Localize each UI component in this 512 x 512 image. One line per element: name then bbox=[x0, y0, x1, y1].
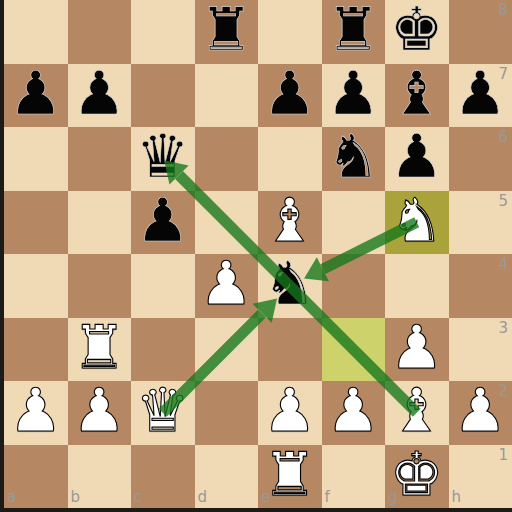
square-d3[interactable] bbox=[195, 318, 259, 382]
square-d4[interactable]: ♟ bbox=[195, 254, 259, 318]
square-a7[interactable]: ♟ bbox=[4, 64, 68, 128]
piece-white-king-g1[interactable]: ♚ bbox=[390, 443, 444, 507]
piece-black-bishop-g7[interactable]: ♝ bbox=[390, 62, 444, 126]
square-d6[interactable] bbox=[195, 127, 259, 191]
piece-black-knight-e4[interactable]: ♞ bbox=[263, 252, 317, 316]
file-label-e: e bbox=[261, 490, 270, 505]
piece-white-pawn-f2[interactable]: ♟ bbox=[326, 379, 380, 443]
square-c6[interactable]: ♛ bbox=[131, 127, 195, 191]
square-b5[interactable] bbox=[68, 191, 132, 255]
piece-white-pawn-d4[interactable]: ♟ bbox=[199, 252, 253, 316]
square-d7[interactable] bbox=[195, 64, 259, 128]
square-a2[interactable]: ♟ bbox=[4, 381, 68, 445]
rank-label-2: 2 bbox=[498, 384, 508, 399]
square-e5[interactable]: ♝ bbox=[258, 191, 322, 255]
rank-label-3: 3 bbox=[498, 321, 508, 336]
piece-black-pawn-f7[interactable]: ♟ bbox=[326, 62, 380, 126]
square-d2[interactable] bbox=[195, 381, 259, 445]
square-c7[interactable] bbox=[131, 64, 195, 128]
piece-black-pawn-g6[interactable]: ♟ bbox=[390, 125, 444, 189]
square-c4[interactable] bbox=[131, 254, 195, 318]
piece-black-pawn-e7[interactable]: ♟ bbox=[263, 62, 317, 126]
chess-app-window: ♜♜♚♟♟♟♟♝♟♛♞♟♟♝♞♟♞♜♟♟♟♛♟♟♝♟♜♚abcdefgh1234… bbox=[0, 0, 512, 512]
piece-white-pawn-e2[interactable]: ♟ bbox=[263, 379, 317, 443]
piece-white-rook-b3[interactable]: ♜ bbox=[72, 316, 126, 380]
piece-white-rook-e1[interactable]: ♜ bbox=[263, 443, 317, 507]
rank-label-8: 8 bbox=[498, 3, 508, 18]
square-g3[interactable]: ♟ bbox=[385, 318, 449, 382]
piece-white-pawn-b2[interactable]: ♟ bbox=[72, 379, 126, 443]
file-label-a: a bbox=[7, 490, 16, 505]
piece-white-knight-g5[interactable]: ♞ bbox=[390, 189, 444, 253]
square-e7[interactable]: ♟ bbox=[258, 64, 322, 128]
piece-black-rook-d8[interactable]: ♜ bbox=[199, 0, 253, 62]
square-e6[interactable] bbox=[258, 127, 322, 191]
piece-black-knight-f6[interactable]: ♞ bbox=[326, 125, 380, 189]
piece-white-pawn-a2[interactable]: ♟ bbox=[9, 379, 63, 443]
square-g8[interactable]: ♚ bbox=[385, 0, 449, 64]
square-c8[interactable] bbox=[131, 0, 195, 64]
square-f5[interactable] bbox=[322, 191, 386, 255]
square-b4[interactable] bbox=[68, 254, 132, 318]
square-e8[interactable] bbox=[258, 0, 322, 64]
square-f8[interactable]: ♜ bbox=[322, 0, 386, 64]
rank-label-6: 6 bbox=[498, 130, 508, 145]
file-label-d: d bbox=[198, 490, 208, 505]
square-d5[interactable] bbox=[195, 191, 259, 255]
rank-label-7: 7 bbox=[498, 67, 508, 82]
rank-label-4: 4 bbox=[498, 257, 508, 272]
piece-white-bishop-e5[interactable]: ♝ bbox=[263, 189, 317, 253]
square-a8[interactable] bbox=[4, 0, 68, 64]
square-e4[interactable]: ♞ bbox=[258, 254, 322, 318]
square-g4[interactable] bbox=[385, 254, 449, 318]
square-b7[interactable]: ♟ bbox=[68, 64, 132, 128]
file-label-h: h bbox=[452, 490, 462, 505]
piece-black-pawn-a7[interactable]: ♟ bbox=[9, 62, 63, 126]
square-e2[interactable]: ♟ bbox=[258, 381, 322, 445]
piece-black-queen-c6[interactable]: ♛ bbox=[136, 125, 190, 189]
file-label-g: g bbox=[388, 490, 398, 505]
file-label-b: b bbox=[71, 490, 81, 505]
piece-black-king-g8[interactable]: ♚ bbox=[390, 0, 444, 62]
piece-white-bishop-g2[interactable]: ♝ bbox=[390, 379, 444, 443]
piece-white-queen-c2[interactable]: ♛ bbox=[136, 379, 190, 443]
square-c2[interactable]: ♛ bbox=[131, 381, 195, 445]
square-b6[interactable] bbox=[68, 127, 132, 191]
square-g7[interactable]: ♝ bbox=[385, 64, 449, 128]
square-c5[interactable]: ♟ bbox=[131, 191, 195, 255]
square-b8[interactable] bbox=[68, 0, 132, 64]
square-f2[interactable]: ♟ bbox=[322, 381, 386, 445]
piece-black-pawn-b7[interactable]: ♟ bbox=[72, 62, 126, 126]
rank-label-5: 5 bbox=[498, 194, 508, 209]
piece-black-pawn-c5[interactable]: ♟ bbox=[136, 189, 190, 253]
square-b3[interactable]: ♜ bbox=[68, 318, 132, 382]
square-b2[interactable]: ♟ bbox=[68, 381, 132, 445]
square-d8[interactable]: ♜ bbox=[195, 0, 259, 64]
square-f4[interactable] bbox=[322, 254, 386, 318]
square-a4[interactable] bbox=[4, 254, 68, 318]
square-e3[interactable] bbox=[258, 318, 322, 382]
square-f7[interactable]: ♟ bbox=[322, 64, 386, 128]
file-label-c: c bbox=[134, 490, 142, 505]
piece-black-rook-f8[interactable]: ♜ bbox=[326, 0, 380, 62]
rank-label-1: 1 bbox=[498, 448, 508, 463]
square-f6[interactable]: ♞ bbox=[322, 127, 386, 191]
file-label-f: f bbox=[325, 490, 330, 505]
square-c3[interactable] bbox=[131, 318, 195, 382]
chess-board: ♜♜♚♟♟♟♟♝♟♛♞♟♟♝♞♟♞♜♟♟♟♛♟♟♝♟♜♚abcdefgh1234… bbox=[4, 0, 512, 508]
square-g2[interactable]: ♝ bbox=[385, 381, 449, 445]
square-a3[interactable] bbox=[4, 318, 68, 382]
square-a6[interactable] bbox=[4, 127, 68, 191]
square-f3[interactable] bbox=[322, 318, 386, 382]
square-a5[interactable] bbox=[4, 191, 68, 255]
square-g5[interactable]: ♞ bbox=[385, 191, 449, 255]
square-f1[interactable] bbox=[322, 445, 386, 509]
square-g6[interactable]: ♟ bbox=[385, 127, 449, 191]
piece-white-pawn-g3[interactable]: ♟ bbox=[390, 316, 444, 380]
